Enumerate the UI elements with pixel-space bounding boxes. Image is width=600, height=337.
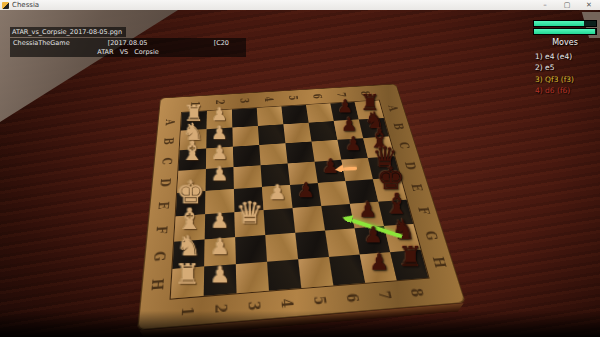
file-label-right-E: E xyxy=(408,183,424,191)
white-bishop-f1[interactable]: ♝ xyxy=(177,204,203,233)
white-knight-g1[interactable]: ♞ xyxy=(176,232,201,260)
rank-label-top-8: 8 xyxy=(358,91,371,97)
chess-board-3d[interactable]: AABBCCDDEEFFGGHH1122334455667788 ♜♟♟♜♞♟♟… xyxy=(137,84,466,331)
black-pawn-c7[interactable]: ♟ xyxy=(345,134,362,153)
pgn-eco-code: [C20 xyxy=(214,39,229,47)
black-pawn-f7[interactable]: ♟ xyxy=(358,199,377,220)
white-pawn-e4[interactable]: ♟ xyxy=(268,181,286,202)
square-h1[interactable]: ♜ xyxy=(171,267,204,299)
move-entry: 2) e5 xyxy=(535,62,597,73)
move-entry: 4) d6 (f6) xyxy=(535,85,597,96)
moves-panel: Moves 1) e4 (e4)2) e53) Qf3 (f3)4) d6 (f… xyxy=(533,20,597,97)
pgn-filename: ATAR_vs_Corpsie_2017-08-05.pgn xyxy=(10,27,126,37)
rank-label-bottom-7: 7 xyxy=(375,290,393,300)
window-controls: –▢✕ xyxy=(534,0,600,10)
white-pawn-h2[interactable]: ♟ xyxy=(210,263,231,286)
square-a4[interactable] xyxy=(257,106,284,125)
black-rook-h8[interactable]: ♜ xyxy=(398,242,423,270)
rank-label-bottom-2: 2 xyxy=(212,303,229,314)
maximize-button[interactable]: ▢ xyxy=(556,0,578,10)
rank-label-top-5: 5 xyxy=(286,95,299,101)
status-bars xyxy=(533,20,597,35)
pgn-players: ATAR VS Corpsie xyxy=(13,48,243,56)
square-g3[interactable] xyxy=(235,235,267,264)
rank-label-top-3: 3 xyxy=(238,98,250,104)
square-g5[interactable] xyxy=(295,231,329,260)
app-icon xyxy=(2,2,9,9)
square-f6[interactable] xyxy=(321,204,354,231)
pgn-details: ChessiaTheGame [2017.08.05 [C20 ATAR VS … xyxy=(10,38,246,57)
window-titlebar: Chessia –▢✕ xyxy=(0,0,600,10)
pgn-date: [2017.08.05 xyxy=(108,39,148,47)
rank-label-bottom-3: 3 xyxy=(245,301,262,312)
file-label-right-A: A xyxy=(386,105,400,112)
black-pawn-e5[interactable]: ♟ xyxy=(297,180,315,200)
rank-label-top-2: 2 xyxy=(213,99,225,105)
rank-label-bottom-8: 8 xyxy=(407,288,425,298)
rank-label-top-4: 4 xyxy=(262,96,275,102)
file-label-left-B: B xyxy=(161,137,175,145)
square-h3[interactable] xyxy=(236,262,269,293)
pgn-event: ChessiaTheGame xyxy=(13,39,70,47)
file-label-left-E: E xyxy=(155,201,170,210)
square-f4[interactable] xyxy=(264,208,296,235)
white-pawn-b2[interactable]: ♟ xyxy=(211,123,228,142)
white-rook-h1[interactable]: ♜ xyxy=(175,259,201,288)
move-entry: 3) Qf3 (f3) xyxy=(535,74,597,85)
white-queen-f3[interactable]: ♛ xyxy=(236,198,264,229)
rank-label-bottom-1: 1 xyxy=(178,306,195,317)
square-h4[interactable] xyxy=(267,259,301,290)
rank-label-top-6: 6 xyxy=(310,93,323,99)
black-knight-g8[interactable]: ♞ xyxy=(391,216,415,243)
white-pawn-c2[interactable]: ♟ xyxy=(211,142,228,161)
square-h7[interactable]: ♟ xyxy=(360,252,397,283)
file-label-left-C: C xyxy=(159,157,173,165)
pgn-info-overlay: ATAR_vs_Corpsie_2017-08-05.pgn ChessiaTh… xyxy=(10,27,246,57)
square-f3[interactable]: ♛ xyxy=(234,210,265,237)
rank-label-bottom-4: 4 xyxy=(278,298,295,309)
file-label-right-H: H xyxy=(429,256,448,268)
square-b4[interactable] xyxy=(258,124,286,145)
file-label-left-D: D xyxy=(157,178,172,187)
square-b5[interactable] xyxy=(283,123,311,144)
white-pawn-d2[interactable]: ♟ xyxy=(211,163,229,183)
black-pawn-h7[interactable]: ♟ xyxy=(369,250,389,273)
close-button[interactable]: ✕ xyxy=(578,0,600,10)
square-h5[interactable] xyxy=(298,257,333,288)
square-f5[interactable] xyxy=(293,206,325,233)
rank-label-top-7: 7 xyxy=(334,92,347,98)
file-label-left-G: G xyxy=(151,251,167,262)
game-viewport: AABBCCDDEEFFGGHH1122334455667788 ♜♟♟♜♞♟♟… xyxy=(0,10,600,337)
moves-list: 1) e4 (e4)2) e53) Qf3 (f3)4) d6 (f6) xyxy=(535,51,597,97)
black-pawn-a7[interactable]: ♟ xyxy=(337,97,353,115)
file-label-right-C: C xyxy=(396,142,411,150)
rank-label-bottom-5: 5 xyxy=(310,295,328,306)
white-pawn-f2[interactable]: ♟ xyxy=(210,209,229,230)
white-bishop-c1[interactable]: ♝ xyxy=(181,137,204,163)
black-bar xyxy=(533,28,597,35)
move-entry: 1) e4 (e4) xyxy=(535,51,597,62)
black-pawn-b7[interactable]: ♟ xyxy=(341,115,358,133)
square-h2[interactable]: ♟ xyxy=(204,264,237,296)
file-label-right-G: G xyxy=(422,230,440,241)
file-label-left-F: F xyxy=(153,226,169,235)
file-label-right-F: F xyxy=(415,207,431,215)
square-c1[interactable]: ♝ xyxy=(178,148,206,170)
black-pawn-g7[interactable]: ♟ xyxy=(363,223,383,245)
window-title: Chessia xyxy=(12,0,39,10)
square-a3[interactable] xyxy=(232,108,258,128)
rank-label-bottom-6: 6 xyxy=(343,293,361,303)
moves-panel-title: Moves xyxy=(533,38,597,47)
file-label-left-A: A xyxy=(163,119,176,126)
square-d3[interactable] xyxy=(233,165,262,189)
chess-board-squares[interactable]: ♜♟♟♜♞♟♟♞♝♟♟♝♟♟♛♚♟♟♚♝♟♛♟♝♞♟♟♞♜♟♟♜ xyxy=(171,100,429,298)
square-g6[interactable] xyxy=(325,228,360,257)
file-label-left-H: H xyxy=(148,278,165,291)
minimize-button[interactable]: – xyxy=(534,0,556,10)
rank-label-top-1: 1 xyxy=(188,101,201,107)
square-b3[interactable] xyxy=(232,126,259,147)
white-pawn-a2[interactable]: ♟ xyxy=(211,105,227,123)
square-h8[interactable]: ♜ xyxy=(390,250,428,280)
white-bar xyxy=(533,20,597,27)
square-g4[interactable] xyxy=(265,233,298,262)
white-pawn-g2[interactable]: ♟ xyxy=(210,235,230,257)
black-pawn-d6[interactable]: ♟ xyxy=(322,156,340,176)
file-label-right-B: B xyxy=(391,123,406,131)
